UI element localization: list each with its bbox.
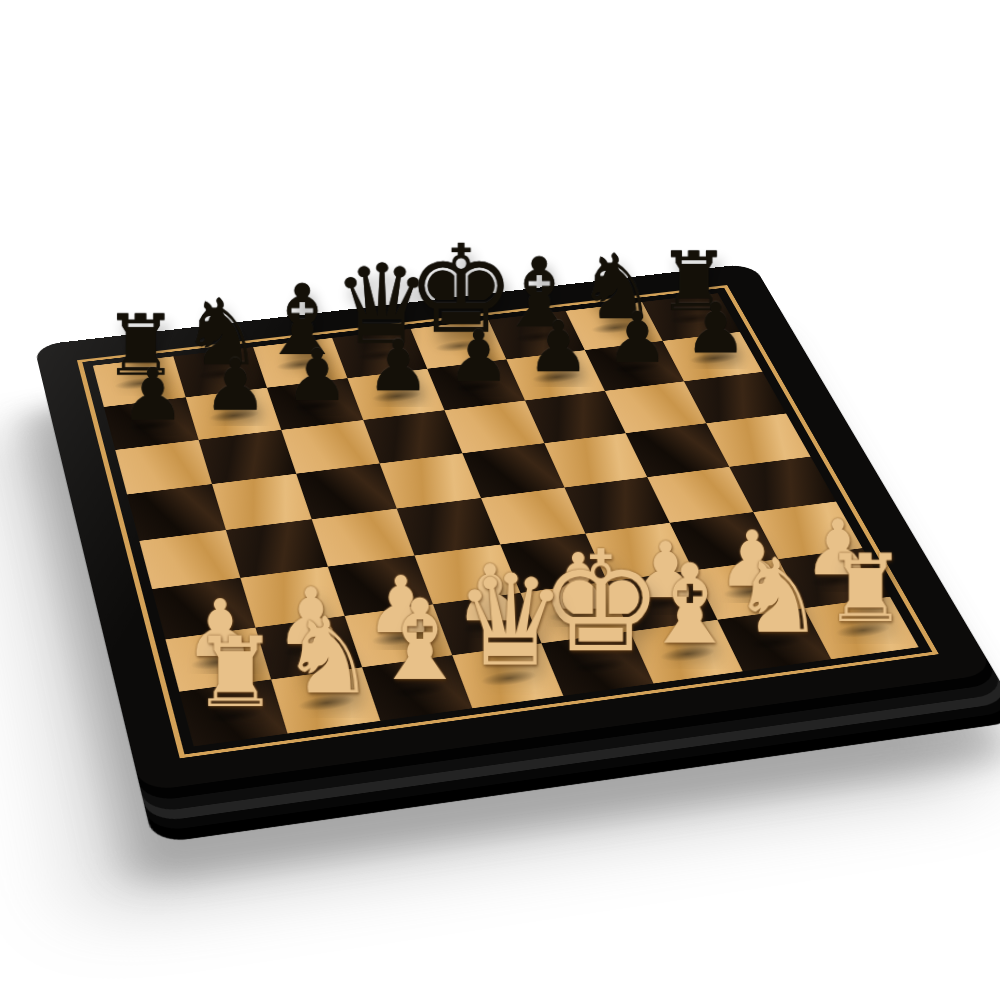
white-rook-glyph: ♜ [148,625,323,721]
pieces-layer: ♜♞♝♛♚♝♞♜♟♟♟♟♟♟♟♟♟♟♟♟♟♟♟♟♜♞♝♛♚♝♞♜ [34,263,995,792]
product-photo: ♜♞♝♛♚♝♞♜♟♟♟♟♟♟♟♟♟♟♟♟♟♟♟♟♜♞♝♛♚♝♞♜ [0,0,1000,1000]
chess-board: ♜♞♝♛♚♝♞♜♟♟♟♟♟♟♟♟♟♟♟♟♟♟♟♟♜♞♝♛♚♝♞♜ [34,263,995,792]
black-pawn-glyph: ♟ [75,358,230,430]
scene-3d: ♜♞♝♛♚♝♞♜♟♟♟♟♟♟♟♟♟♟♟♟♟♟♟♟♜♞♝♛♚♝♞♜ [0,0,1000,1000]
